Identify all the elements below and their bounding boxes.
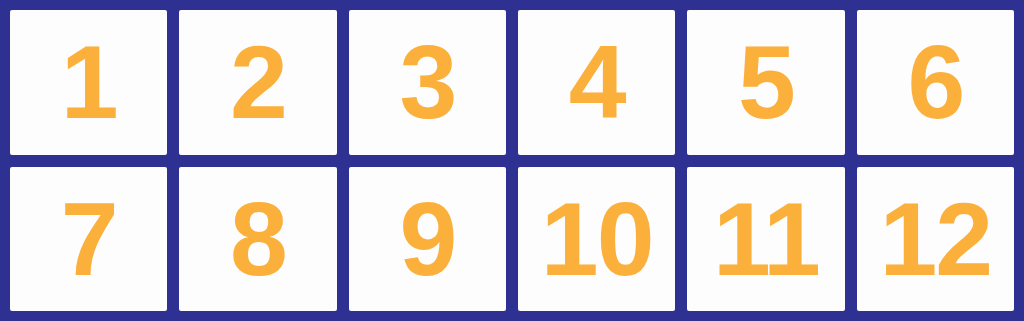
grid-cell: 6 (857, 10, 1014, 155)
cell-number: 6 (907, 30, 963, 134)
cell-number: 11 (713, 187, 819, 291)
grid-cell: 5 (687, 10, 844, 155)
cell-number: 4 (569, 30, 625, 134)
grid-cell: 9 (349, 167, 506, 312)
cell-number: 1 (61, 30, 117, 134)
grid-cell: 8 (179, 167, 336, 312)
cell-number: 8 (230, 187, 286, 291)
grid-cell: 7 (10, 167, 167, 312)
grid-cell: 10 (518, 167, 675, 312)
grid-cell: 4 (518, 10, 675, 155)
cell-number: 7 (61, 187, 117, 291)
cell-number: 5 (738, 30, 794, 134)
grid-cell: 3 (349, 10, 506, 155)
grid-cell: 2 (179, 10, 336, 155)
cell-number: 10 (541, 187, 653, 291)
grid-cell: 1 (10, 10, 167, 155)
grid-cell: 12 (857, 167, 1014, 312)
cell-number: 9 (399, 187, 455, 291)
cell-number: 2 (230, 30, 286, 134)
grid-cell: 11 (687, 167, 844, 312)
cell-number: 3 (399, 30, 455, 134)
number-grid-board: 123456789101112 (0, 0, 1024, 321)
cell-number: 12 (879, 187, 991, 291)
